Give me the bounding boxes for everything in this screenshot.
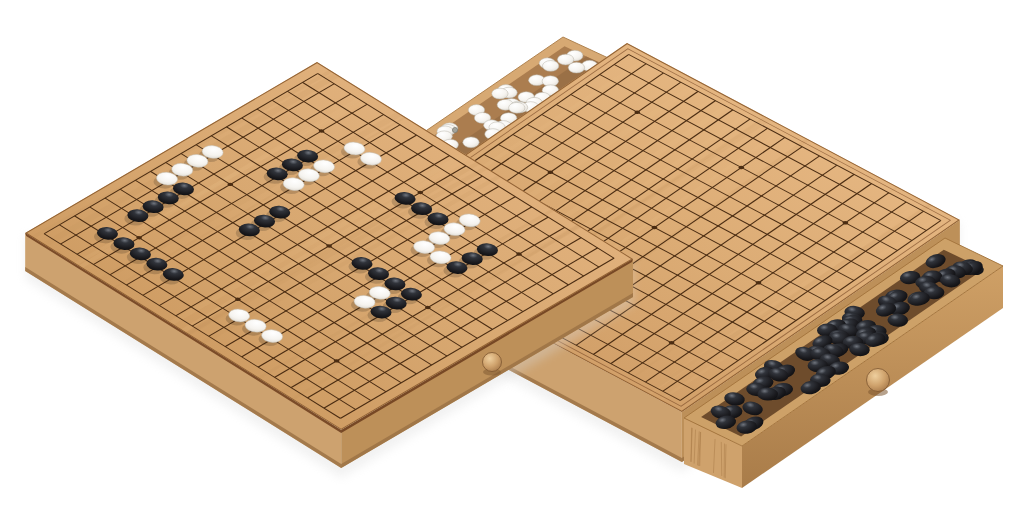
white-tray-stone <box>542 61 558 72</box>
white-tray-stone <box>568 62 584 73</box>
white-tray-stone <box>463 137 479 148</box>
photo-scene <box>0 0 1020 510</box>
drawer-pin <box>452 127 457 132</box>
go-set-photo <box>0 0 1020 510</box>
white-tray-stone <box>509 102 525 113</box>
white-tray-stone <box>492 88 508 99</box>
drawer-knob[interactable] <box>483 353 502 372</box>
drawer-knob[interactable] <box>867 369 890 392</box>
